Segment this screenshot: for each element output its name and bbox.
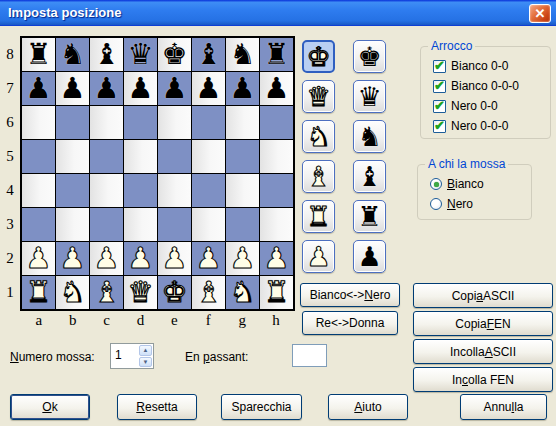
black-king: ♚ [354,42,385,71]
black-king-button[interactable]: ♚ [353,40,386,73]
square-a4[interactable] [22,174,55,207]
square-g3[interactable] [226,208,259,241]
chess-board: ♜♞♝♛♚♝♞♜♟♟♟♟♟♟♟♟♟♟♟♟♟♟♟♟♜♞♝♛♚♝♞♜ [20,36,295,311]
square-h7[interactable]: ♟ [260,72,293,105]
square-h4[interactable] [260,174,293,207]
black-rook: ♜ [260,38,293,71]
white-pawn: ♟ [124,242,157,275]
white-pawn-button[interactable]: ♟ [302,240,335,273]
castling-option-label: Nero 0-0 [451,99,498,113]
checkmark-icon: ✔ [434,98,445,113]
white-bishop: ♝ [90,276,123,309]
file-labels: abcdefgh [22,312,293,329]
rank-label-6: 6 [2,106,18,140]
white-rook: ♜ [260,276,293,309]
side-option-label: Nero [447,197,473,211]
square-d4[interactable] [124,174,157,207]
checkmark-icon: ✔ [434,58,445,73]
white-king: ♚ [158,276,191,309]
white-queen: ♛ [303,82,334,111]
square-h6[interactable] [260,106,293,139]
white-bishop: ♝ [192,276,225,309]
move-number-label: Numero mossa: [10,350,95,364]
white-rook: ♜ [303,202,334,231]
castling-option-label: Bianco 0-0 [451,59,508,73]
square-a7[interactable]: ♟ [22,72,55,105]
square-h5[interactable] [260,140,293,173]
black-pawn-button[interactable]: ♟ [353,240,386,273]
square-a1[interactable]: ♜ [22,276,55,309]
file-label-a: a [22,312,56,329]
square-c3[interactable] [90,208,123,241]
reset-button[interactable]: Resetta [117,394,197,420]
black-pawn: ♟ [124,72,157,105]
square-e2[interactable]: ♟ [158,242,191,275]
white-pawn: ♟ [22,242,55,275]
square-g5[interactable] [226,140,259,173]
castling-checkbox-2[interactable]: ✔Nero 0-0 [433,96,548,116]
black-pawn: ♟ [192,72,225,105]
square-c1[interactable]: ♝ [90,276,123,309]
square-e4[interactable] [158,174,191,207]
title-bar[interactable]: Imposta posizione ✕ [0,0,556,26]
side-option-label: Bianco [447,177,484,191]
black-knight: ♞ [354,122,385,151]
white-knight-button[interactable]: ♞ [302,120,335,153]
white-queen: ♛ [124,276,157,309]
castling-checkbox-1[interactable]: ✔Bianco 0-0-0 [433,76,548,96]
square-e7[interactable]: ♟ [158,72,191,105]
file-label-d: d [124,312,158,329]
close-icon[interactable]: ✕ [529,4,551,23]
side-to-move-radio-bianco[interactable]: Bianco [430,174,529,194]
square-f6[interactable] [192,106,225,139]
square-f5[interactable] [192,140,225,173]
en-passant-label: En passant: [185,350,248,364]
white-knight: ♞ [303,122,334,151]
black-pawn: ♟ [90,72,123,105]
side-to-move-radio-nero[interactable]: Nero [430,194,529,214]
black-king: ♚ [158,38,191,71]
square-c6[interactable] [90,106,123,139]
spin-down-icon[interactable]: ▼ [139,357,152,368]
copy-ascii-button[interactable]: Copia ASCII [413,283,553,308]
side-to-move-group-title: A chi la mossa [425,157,508,171]
square-d8[interactable]: ♛ [124,38,157,71]
move-number-value[interactable]: 1 [111,344,138,368]
square-e3[interactable] [158,208,191,241]
castling-checkbox-3[interactable]: ✔Nero 0-0-0 [433,116,548,136]
square-c2[interactable]: ♟ [90,242,123,275]
square-b7[interactable]: ♟ [56,72,89,105]
white-knight: ♞ [226,276,259,309]
square-a3[interactable] [22,208,55,241]
spin-buttons: ▲▼ [138,344,153,368]
square-g6[interactable] [226,106,259,139]
white-bishop-button[interactable]: ♝ [302,160,335,193]
square-e5[interactable] [158,140,191,173]
square-g2[interactable]: ♟ [226,242,259,275]
white-knight: ♞ [56,276,89,309]
black-queen-button[interactable]: ♛ [353,80,386,113]
set-position-dialog: Imposta posizione ✕ 87654321 ♜♞♝♛♚♝♞♜♟♟♟… [0,0,556,426]
rank-label-7: 7 [2,72,18,106]
black-knight: ♞ [56,38,89,71]
white-pawn: ♟ [192,242,225,275]
black-pawn: ♟ [56,72,89,105]
checkbox-icon[interactable]: ✔ [433,100,446,113]
white-pawn: ♟ [260,242,293,275]
side-to-move-group: A chi la mossa BiancoNero [417,164,532,220]
radio-dot-icon [434,182,439,187]
square-g8[interactable]: ♞ [226,38,259,71]
paste-ascii-button[interactable]: Incolla ASCII [413,339,553,364]
square-a5[interactable] [22,140,55,173]
black-rook: ♜ [22,38,55,71]
file-label-c: c [90,312,124,329]
square-b2[interactable]: ♟ [56,242,89,275]
castling-group: Arrocco ✔Bianco 0-0✔Bianco 0-0-0✔Nero 0-… [420,46,551,139]
palette-black-column: ♚♛♞♝♜♟ [353,40,386,273]
file-label-h: h [259,312,293,329]
square-e8[interactable]: ♚ [158,38,191,71]
square-e6[interactable] [158,106,191,139]
swap-colors-button[interactable]: Bianco<->Nero [300,283,400,307]
black-bishop: ♝ [90,38,123,71]
rank-labels: 87654321 [2,38,18,309]
radio-icon[interactable] [430,198,442,210]
rank-label-3: 3 [2,207,18,241]
square-f2[interactable]: ♟ [192,242,225,275]
checkbox-icon[interactable]: ✔ [433,120,446,133]
square-d6[interactable] [124,106,157,139]
white-queen-button[interactable]: ♛ [302,80,335,113]
rank-label-2: 2 [2,241,18,275]
black-bishop: ♝ [192,38,225,71]
square-b6[interactable] [56,106,89,139]
ok-button[interactable]: Ok [10,394,90,420]
white-rook: ♜ [22,276,55,309]
dialog-action-buttons: OkResettaSparecchiaAiutoAnnulla [0,394,556,420]
square-d5[interactable] [124,140,157,173]
help-button[interactable]: Aiuto [328,394,408,420]
file-label-g: g [225,312,259,329]
window-title: Imposta posizione [8,5,121,20]
mirror-king-queen-button[interactable]: Re<->Donna [302,311,398,335]
square-b1[interactable]: ♞ [56,276,89,309]
paste-fen-button[interactable]: Incolla FEN [413,367,553,392]
square-c4[interactable] [90,174,123,207]
radio-icon[interactable] [430,178,442,190]
square-b5[interactable] [56,140,89,173]
square-f1[interactable]: ♝ [192,276,225,309]
castling-checkbox-0[interactable]: ✔Bianco 0-0 [433,56,548,76]
white-pawn: ♟ [158,242,191,275]
square-d7[interactable]: ♟ [124,72,157,105]
rank-label-8: 8 [2,38,18,72]
black-queen: ♛ [124,38,157,71]
file-label-b: b [56,312,90,329]
checkmark-icon: ✔ [434,78,445,93]
swap-buttons: Bianco<->NeroRe<->Donna [300,283,400,339]
checkbox-icon[interactable]: ✔ [433,80,446,93]
black-rook-button[interactable]: ♜ [353,200,386,233]
square-c8[interactable]: ♝ [90,38,123,71]
square-b4[interactable] [56,174,89,207]
cancel-button[interactable]: Annulla [460,394,547,420]
square-g1[interactable]: ♞ [226,276,259,309]
square-a6[interactable] [22,106,55,139]
en-passant-field[interactable] [292,344,327,367]
black-rook: ♜ [354,202,385,231]
square-h2[interactable]: ♟ [260,242,293,275]
spin-up-icon[interactable]: ▲ [139,345,152,356]
black-queen: ♛ [354,82,385,111]
file-label-e: e [158,312,192,329]
black-knight: ♞ [226,38,259,71]
white-bishop: ♝ [303,162,334,191]
side-to-move-options: BiancoNero [430,174,529,214]
black-knight-button[interactable]: ♞ [353,120,386,153]
clipboard-buttons: Copia ASCIICopia FENIncolla ASCIIIncolla… [413,283,553,395]
white-pawn: ♟ [303,242,334,271]
square-c5[interactable] [90,140,123,173]
square-a8[interactable]: ♜ [22,38,55,71]
copy-fen-button[interactable]: Copia FEN [413,311,553,336]
square-e1[interactable]: ♚ [158,276,191,309]
file-label-f: f [191,312,225,329]
square-d3[interactable] [124,208,157,241]
square-b8[interactable]: ♞ [56,38,89,71]
white-rook-button[interactable]: ♜ [302,200,335,233]
castling-option-label: Nero 0-0-0 [451,119,508,133]
white-pawn: ♟ [90,242,123,275]
rank-label-1: 1 [2,275,18,309]
clear-button[interactable]: Sparecchia [221,394,302,420]
square-g7[interactable]: ♟ [226,72,259,105]
move-number-spinner[interactable]: 1 ▲▼ [110,343,154,369]
square-d1[interactable]: ♛ [124,276,157,309]
castling-options: ✔Bianco 0-0✔Bianco 0-0-0✔Nero 0-0✔Nero 0… [433,56,548,136]
square-g4[interactable] [226,174,259,207]
square-h3[interactable] [260,208,293,241]
rank-label-5: 5 [2,140,18,174]
square-a2[interactable]: ♟ [22,242,55,275]
square-f4[interactable] [192,174,225,207]
checkmark-icon: ✔ [434,118,445,133]
square-b3[interactable] [56,208,89,241]
black-pawn: ♟ [158,72,191,105]
rank-label-4: 4 [2,174,18,208]
square-c7[interactable]: ♟ [90,72,123,105]
black-bishop: ♝ [354,162,385,191]
square-h8[interactable]: ♜ [260,38,293,71]
square-h1[interactable]: ♜ [260,276,293,309]
white-king-button[interactable]: ♚ [302,40,335,73]
square-f8[interactable]: ♝ [192,38,225,71]
white-pawn: ♟ [56,242,89,275]
checkbox-icon[interactable]: ✔ [433,60,446,73]
square-f3[interactable] [192,208,225,241]
white-pawn: ♟ [226,242,259,275]
square-d2[interactable]: ♟ [124,242,157,275]
black-pawn: ♟ [260,72,293,105]
castling-option-label: Bianco 0-0-0 [451,79,519,93]
black-pawn: ♟ [354,242,385,271]
castling-group-title: Arrocco [428,39,475,53]
black-bishop-button[interactable]: ♝ [353,160,386,193]
black-pawn: ♟ [22,72,55,105]
white-king: ♚ [304,42,333,71]
palette-white-column: ♚♛♞♝♜♟ [302,40,335,273]
black-pawn: ♟ [226,72,259,105]
square-f7[interactable]: ♟ [192,72,225,105]
